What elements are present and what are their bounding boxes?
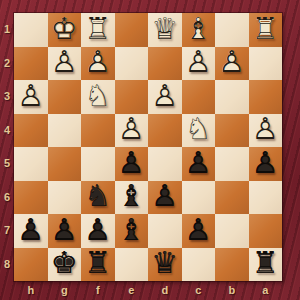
file-label-a: a — [249, 283, 283, 297]
square-h5[interactable] — [14, 147, 48, 181]
square-b5[interactable] — [215, 147, 249, 181]
square-b1[interactable] — [215, 13, 249, 47]
square-c7[interactable]: ♟♙ — [182, 214, 216, 248]
rank-label-8: 8 — [0, 248, 14, 282]
black-rook-f8[interactable]: ♜♖ — [81, 248, 115, 282]
piece-outline-glyph: ♙ — [48, 46, 82, 80]
white-queen-d1[interactable]: ♛♕ — [148, 13, 182, 47]
square-a2[interactable] — [249, 47, 283, 81]
piece-outline-glyph: ♙ — [81, 213, 115, 247]
rank-label-6: 6 — [0, 181, 14, 215]
square-a4[interactable]: ♟♙ — [249, 114, 283, 148]
file-label-h: h — [14, 283, 48, 297]
square-b7[interactable] — [215, 214, 249, 248]
piece-outline-glyph: ♙ — [115, 146, 149, 180]
square-d3[interactable]: ♟♙ — [148, 80, 182, 114]
piece-outline-glyph: ♙ — [182, 213, 216, 247]
rank-label-2: 2 — [0, 47, 14, 81]
black-bishop-e7[interactable]: ♝♗ — [115, 214, 149, 248]
piece-outline-glyph: ♖ — [249, 247, 283, 281]
piece-outline-glyph: ♔ — [48, 247, 82, 281]
piece-outline-glyph: ♔ — [48, 12, 82, 46]
piece-outline-glyph: ♙ — [249, 113, 283, 147]
square-d7[interactable] — [148, 214, 182, 248]
square-g5[interactable] — [48, 147, 82, 181]
square-f7[interactable]: ♟♙ — [81, 214, 115, 248]
file-label-f: f — [81, 283, 115, 297]
square-f3[interactable]: ♞♘ — [81, 80, 115, 114]
square-a3[interactable] — [249, 80, 283, 114]
rank-label-4: 4 — [0, 114, 14, 148]
square-e2[interactable] — [115, 47, 149, 81]
black-rook-a8[interactable]: ♜♖ — [249, 248, 283, 282]
piece-outline-glyph: ♖ — [81, 12, 115, 46]
piece-outline-glyph: ♘ — [81, 79, 115, 113]
square-a1[interactable]: ♜♖ — [249, 13, 283, 47]
square-f2[interactable]: ♟♙ — [81, 47, 115, 81]
piece-outline-glyph: ♙ — [215, 46, 249, 80]
black-queen-d8[interactable]: ♛♕ — [148, 248, 182, 282]
square-b3[interactable] — [215, 80, 249, 114]
square-b8[interactable] — [215, 248, 249, 282]
square-c5[interactable]: ♟♙ — [182, 147, 216, 181]
square-d6[interactable]: ♟♙ — [148, 181, 182, 215]
piece-outline-glyph: ♙ — [182, 146, 216, 180]
square-f4[interactable] — [81, 114, 115, 148]
rank-label-3: 3 — [0, 80, 14, 114]
square-e7[interactable]: ♝♗ — [115, 214, 149, 248]
square-g4[interactable] — [48, 114, 82, 148]
square-c1[interactable]: ♝♗ — [182, 13, 216, 47]
square-a7[interactable] — [249, 214, 283, 248]
square-h4[interactable] — [14, 114, 48, 148]
piece-outline-glyph: ♙ — [115, 113, 149, 147]
piece-outline-glyph: ♙ — [14, 79, 48, 113]
piece-outline-glyph: ♙ — [249, 146, 283, 180]
square-f5[interactable] — [81, 147, 115, 181]
square-d8[interactable]: ♛♕ — [148, 248, 182, 282]
file-label-c: c — [182, 283, 216, 297]
square-c6[interactable] — [182, 181, 216, 215]
square-g8[interactable]: ♚♔ — [48, 248, 82, 282]
square-e1[interactable] — [115, 13, 149, 47]
square-g6[interactable] — [48, 181, 82, 215]
board-grid: ♚♔♜♖♛♕♝♗♜♖♟♙♟♙♟♙♟♙♟♙♞♘♟♙♟♙♞♘♟♙♟♙♟♙♟♙♞♘♝♗… — [14, 13, 282, 281]
square-b6[interactable] — [215, 181, 249, 215]
square-a5[interactable]: ♟♙ — [249, 147, 283, 181]
piece-outline-glyph: ♙ — [14, 213, 48, 247]
white-knight-f3[interactable]: ♞♘ — [81, 80, 115, 114]
square-e8[interactable] — [115, 248, 149, 282]
white-pawn-g2[interactable]: ♟♙ — [48, 47, 82, 81]
piece-outline-glyph: ♙ — [148, 180, 182, 214]
piece-outline-glyph: ♙ — [81, 46, 115, 80]
square-c8[interactable] — [182, 248, 216, 282]
black-pawn-g7[interactable]: ♟♙ — [48, 214, 82, 248]
rank-label-1: 1 — [0, 13, 14, 47]
square-h2[interactable] — [14, 47, 48, 81]
square-d5[interactable] — [148, 147, 182, 181]
file-label-g: g — [48, 283, 82, 297]
square-a6[interactable] — [249, 181, 283, 215]
file-label-b: b — [215, 283, 249, 297]
white-pawn-c2[interactable]: ♟♙ — [182, 47, 216, 81]
piece-outline-glyph: ♖ — [249, 12, 283, 46]
white-pawn-d3[interactable]: ♟♙ — [148, 80, 182, 114]
black-pawn-c7[interactable]: ♟♙ — [182, 214, 216, 248]
square-e6[interactable]: ♝♗ — [115, 181, 149, 215]
square-d2[interactable] — [148, 47, 182, 81]
square-e5[interactable]: ♟♙ — [115, 147, 149, 181]
piece-outline-glyph: ♗ — [115, 180, 149, 214]
black-pawn-e5[interactable]: ♟♙ — [115, 147, 149, 181]
file-label-e: e — [115, 283, 149, 297]
piece-outline-glyph: ♙ — [182, 46, 216, 80]
square-h3[interactable]: ♟♙ — [14, 80, 48, 114]
square-h6[interactable] — [14, 181, 48, 215]
rank-label-7: 7 — [0, 214, 14, 248]
square-a8[interactable]: ♜♖ — [249, 248, 283, 282]
white-pawn-f2[interactable]: ♟♙ — [81, 47, 115, 81]
square-g1[interactable]: ♚♔ — [48, 13, 82, 47]
white-rook-f1[interactable]: ♜♖ — [81, 13, 115, 47]
square-b4[interactable] — [215, 114, 249, 148]
black-pawn-h7[interactable]: ♟♙ — [14, 214, 48, 248]
piece-outline-glyph: ♘ — [81, 180, 115, 214]
square-g7[interactable]: ♟♙ — [48, 214, 82, 248]
black-knight-f6[interactable]: ♞♘ — [81, 181, 115, 215]
piece-outline-glyph: ♗ — [115, 213, 149, 247]
square-e4[interactable]: ♟♙ — [115, 114, 149, 148]
square-h1[interactable] — [14, 13, 48, 47]
square-f1[interactable]: ♜♖ — [81, 13, 115, 47]
piece-outline-glyph: ♘ — [182, 113, 216, 147]
black-pawn-f7[interactable]: ♟♙ — [81, 214, 115, 248]
square-c3[interactable] — [182, 80, 216, 114]
white-pawn-b2[interactable]: ♟♙ — [215, 47, 249, 81]
piece-outline-glyph: ♙ — [148, 79, 182, 113]
black-pawn-c5[interactable]: ♟♙ — [182, 147, 216, 181]
square-b2[interactable]: ♟♙ — [215, 47, 249, 81]
file-label-d: d — [148, 283, 182, 297]
white-pawn-a4[interactable]: ♟♙ — [249, 114, 283, 148]
square-c4[interactable]: ♞♘ — [182, 114, 216, 148]
piece-outline-glyph: ♗ — [182, 12, 216, 46]
piece-outline-glyph: ♙ — [48, 213, 82, 247]
black-king-g8[interactable]: ♚♔ — [48, 248, 82, 282]
square-e3[interactable] — [115, 80, 149, 114]
black-pawn-d6[interactable]: ♟♙ — [148, 181, 182, 215]
white-bishop-c1[interactable]: ♝♗ — [182, 13, 216, 47]
white-pawn-e4[interactable]: ♟♙ — [115, 114, 149, 148]
white-knight-c4[interactable]: ♞♘ — [182, 114, 216, 148]
square-h7[interactable]: ♟♙ — [14, 214, 48, 248]
black-pawn-a5[interactable]: ♟♙ — [249, 147, 283, 181]
white-pawn-h3[interactable]: ♟♙ — [14, 80, 48, 114]
black-bishop-e6[interactable]: ♝♗ — [115, 181, 149, 215]
square-f8[interactable]: ♜♖ — [81, 248, 115, 282]
chess-diagram: ♚♔♜♖♛♕♝♗♜♖♟♙♟♙♟♙♟♙♟♙♞♘♟♙♟♙♞♘♟♙♟♙♟♙♟♙♞♘♝♗… — [0, 0, 300, 300]
square-g2[interactable]: ♟♙ — [48, 47, 82, 81]
piece-outline-glyph: ♕ — [148, 12, 182, 46]
square-h8[interactable] — [14, 248, 48, 282]
white-king-g1[interactable]: ♚♔ — [48, 13, 82, 47]
square-c2[interactable]: ♟♙ — [182, 47, 216, 81]
piece-outline-glyph: ♕ — [148, 247, 182, 281]
white-rook-a1[interactable]: ♜♖ — [249, 13, 283, 47]
square-f6[interactable]: ♞♘ — [81, 181, 115, 215]
rank-label-5: 5 — [0, 147, 14, 181]
square-g3[interactable] — [48, 80, 82, 114]
square-d1[interactable]: ♛♕ — [148, 13, 182, 47]
piece-outline-glyph: ♖ — [81, 247, 115, 281]
square-d4[interactable] — [148, 114, 182, 148]
